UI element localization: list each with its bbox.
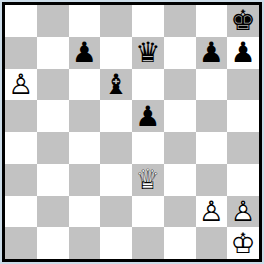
square-d6[interactable]: ♝ [100, 69, 132, 101]
square-b1[interactable] [37, 227, 69, 259]
square-g5[interactable] [196, 100, 228, 132]
black-pawn-icon: ♟ [196, 37, 228, 69]
white-queen-icon: ♛♕ [132, 164, 164, 196]
square-f6[interactable] [164, 69, 196, 101]
square-g8[interactable] [196, 5, 228, 37]
square-c2[interactable] [69, 196, 101, 228]
square-e2[interactable] [132, 196, 164, 228]
square-f3[interactable] [164, 164, 196, 196]
square-b5[interactable] [37, 100, 69, 132]
square-e5[interactable]: ♟ [132, 100, 164, 132]
black-queen-icon: ♛ [132, 37, 164, 69]
square-h7[interactable]: ♟ [227, 37, 259, 69]
square-a7[interactable] [5, 37, 37, 69]
square-g7[interactable]: ♟ [196, 37, 228, 69]
square-d2[interactable] [100, 196, 132, 228]
square-g3[interactable] [196, 164, 228, 196]
white-pawn-icon: ♟♙ [5, 69, 37, 101]
square-a1[interactable] [5, 227, 37, 259]
square-e6[interactable] [132, 69, 164, 101]
square-h6[interactable] [227, 69, 259, 101]
white-pawn-icon: ♟♙ [227, 196, 259, 228]
square-b2[interactable] [37, 196, 69, 228]
black-pawn-icon: ♟ [132, 100, 164, 132]
black-pawn-icon: ♟ [69, 37, 101, 69]
square-h1[interactable]: ♚♔ [227, 227, 259, 259]
white-pawn-icon: ♟♙ [196, 196, 228, 228]
square-b4[interactable] [37, 132, 69, 164]
square-h8[interactable]: ♚ [227, 5, 259, 37]
square-a8[interactable] [5, 5, 37, 37]
square-d8[interactable] [100, 5, 132, 37]
diagram-background: ♚♟♛♟♟♟♙♝♟♛♕♟♙♟♙♚♔ [0, 0, 264, 264]
square-h4[interactable] [227, 132, 259, 164]
square-c6[interactable] [69, 69, 101, 101]
square-d4[interactable] [100, 132, 132, 164]
square-b3[interactable] [37, 164, 69, 196]
square-d7[interactable] [100, 37, 132, 69]
square-e8[interactable] [132, 5, 164, 37]
square-a3[interactable] [5, 164, 37, 196]
square-e4[interactable] [132, 132, 164, 164]
square-a6[interactable]: ♟♙ [5, 69, 37, 101]
square-g2[interactable]: ♟♙ [196, 196, 228, 228]
square-a2[interactable] [5, 196, 37, 228]
square-c7[interactable]: ♟ [69, 37, 101, 69]
square-f8[interactable] [164, 5, 196, 37]
square-a5[interactable] [5, 100, 37, 132]
square-c3[interactable] [69, 164, 101, 196]
white-king-icon: ♚♔ [227, 227, 259, 259]
black-pawn-icon: ♟ [227, 37, 259, 69]
black-bishop-icon: ♝ [100, 69, 132, 101]
square-a4[interactable] [5, 132, 37, 164]
square-h5[interactable] [227, 100, 259, 132]
black-king-icon: ♚ [227, 5, 259, 37]
square-d5[interactable] [100, 100, 132, 132]
square-f1[interactable] [164, 227, 196, 259]
chess-board: ♚♟♛♟♟♟♙♝♟♛♕♟♙♟♙♚♔ [2, 2, 262, 262]
square-d3[interactable] [100, 164, 132, 196]
square-c1[interactable] [69, 227, 101, 259]
square-c4[interactable] [69, 132, 101, 164]
square-g6[interactable] [196, 69, 228, 101]
square-e1[interactable] [132, 227, 164, 259]
square-c5[interactable] [69, 100, 101, 132]
square-h2[interactable]: ♟♙ [227, 196, 259, 228]
square-g1[interactable] [196, 227, 228, 259]
square-f7[interactable] [164, 37, 196, 69]
square-c8[interactable] [69, 5, 101, 37]
square-f5[interactable] [164, 100, 196, 132]
square-b8[interactable] [37, 5, 69, 37]
square-e7[interactable]: ♛ [132, 37, 164, 69]
square-b7[interactable] [37, 37, 69, 69]
square-f2[interactable] [164, 196, 196, 228]
square-b6[interactable] [37, 69, 69, 101]
square-h3[interactable] [227, 164, 259, 196]
square-e3[interactable]: ♛♕ [132, 164, 164, 196]
square-d1[interactable] [100, 227, 132, 259]
square-f4[interactable] [164, 132, 196, 164]
square-g4[interactable] [196, 132, 228, 164]
